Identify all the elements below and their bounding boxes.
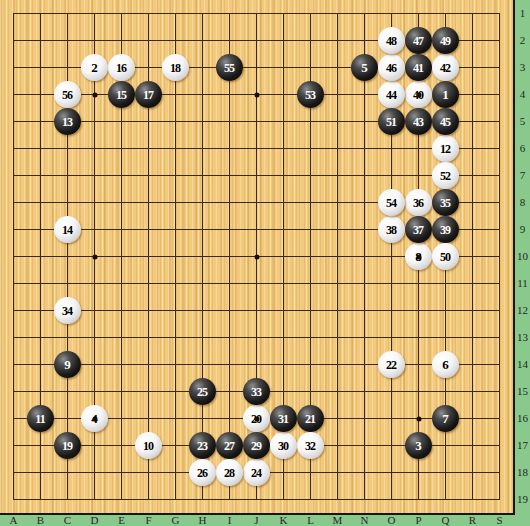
row-label: 16 <box>515 413 530 424</box>
star-point <box>92 254 97 259</box>
stone-white-C12: 34 <box>54 297 81 324</box>
row-label: 3 <box>515 62 530 73</box>
column-label: B <box>27 515 54 526</box>
row-label: 2 <box>515 35 530 46</box>
stone-white-F17: 10 <box>135 432 162 459</box>
stone-white-H18: 26 <box>189 459 216 486</box>
move-number: 33 <box>251 386 261 398</box>
stone-black-J15: 33 <box>243 378 270 405</box>
row-label: 18 <box>515 467 530 478</box>
column-label: L <box>297 515 324 526</box>
column-label: A <box>0 515 27 526</box>
move-number: 5 <box>361 61 368 74</box>
stone-white-E3: 16 <box>108 54 135 81</box>
stone-black-B16: 11 <box>27 405 54 432</box>
move-number: 46 <box>386 62 396 74</box>
move-number: 39 <box>440 224 450 236</box>
stone-white-K17: 30 <box>270 432 297 459</box>
row-label: 7 <box>515 170 530 181</box>
stone-white-Q6: 12 <box>432 135 459 162</box>
row-label: 11 <box>515 278 530 289</box>
row-label: 12 <box>515 305 530 316</box>
move-number: 18 <box>170 62 180 74</box>
stone-white-D3: 2 <box>81 54 108 81</box>
move-number: 30 <box>278 440 288 452</box>
row-label: 5 <box>515 116 530 127</box>
stone-white-O4: 44 <box>378 81 405 108</box>
column-labels-strip: ABCDEFGHIJKLMNOPQRS <box>0 515 530 526</box>
stone-black-H17: 23 <box>189 432 216 459</box>
stone-white-O8: 54 <box>378 189 405 216</box>
move-number: 35 <box>440 197 450 209</box>
move-number: 26 <box>197 467 207 479</box>
column-label: S <box>486 515 513 526</box>
row-label: 9 <box>515 224 530 235</box>
row-label: 17 <box>515 440 530 451</box>
move-number: 27 <box>224 440 234 452</box>
stone-black-Q5: 45 <box>432 108 459 135</box>
row-label: 4 <box>515 89 530 100</box>
star-point <box>416 416 421 421</box>
star-point <box>254 92 259 97</box>
star-point <box>254 416 259 421</box>
stone-black-J17: 29 <box>243 432 270 459</box>
move-number: 10 <box>143 440 153 452</box>
stone-white-G3: 18 <box>162 54 189 81</box>
move-number: 1 <box>442 88 449 101</box>
go-kifu-diagram: 1234567891011121314151617181920212223242… <box>0 0 530 526</box>
move-number: 42 <box>440 62 450 74</box>
star-point <box>416 254 421 259</box>
stone-black-P3: 41 <box>405 54 432 81</box>
move-number: 7 <box>442 412 449 425</box>
stone-black-L4: 53 <box>297 81 324 108</box>
stone-black-Q9: 39 <box>432 216 459 243</box>
column-label: I <box>216 515 243 526</box>
move-number: 51 <box>386 116 396 128</box>
stone-white-Q10: 50 <box>432 243 459 270</box>
stone-black-Q8: 35 <box>432 189 459 216</box>
move-number: 6 <box>442 358 449 371</box>
stone-black-I17: 27 <box>216 432 243 459</box>
move-number: 54 <box>386 197 396 209</box>
stone-white-C9: 14 <box>54 216 81 243</box>
move-number: 28 <box>224 467 234 479</box>
stone-black-Q4: 1 <box>432 81 459 108</box>
stone-black-P5: 43 <box>405 108 432 135</box>
stone-white-Q7: 52 <box>432 162 459 189</box>
move-number: 55 <box>224 62 234 74</box>
move-number: 15 <box>116 89 126 101</box>
stone-white-I18: 28 <box>216 459 243 486</box>
move-number: 23 <box>197 440 207 452</box>
move-number: 17 <box>143 89 153 101</box>
move-number: 49 <box>440 35 450 47</box>
move-number: 19 <box>62 440 72 452</box>
column-label: D <box>81 515 108 526</box>
row-label: 6 <box>515 143 530 154</box>
stone-black-F4: 17 <box>135 81 162 108</box>
move-number: 31 <box>278 413 288 425</box>
move-number: 36 <box>413 197 423 209</box>
stone-white-J18: 24 <box>243 459 270 486</box>
stone-white-Q3: 42 <box>432 54 459 81</box>
star-point <box>416 92 421 97</box>
row-label: 10 <box>515 251 530 262</box>
move-number: 41 <box>413 62 423 74</box>
stone-white-C4: 56 <box>54 81 81 108</box>
column-label: N <box>351 515 378 526</box>
stone-black-E4: 15 <box>108 81 135 108</box>
stone-black-I3: 55 <box>216 54 243 81</box>
move-number: 22 <box>386 359 396 371</box>
stone-white-O14: 22 <box>378 351 405 378</box>
move-number: 24 <box>251 467 261 479</box>
move-number: 32 <box>305 440 315 452</box>
move-number: 25 <box>197 386 207 398</box>
move-number: 3 <box>415 439 422 452</box>
stone-black-H15: 25 <box>189 378 216 405</box>
move-number: 43 <box>413 116 423 128</box>
column-label: P <box>405 515 432 526</box>
column-label: Q <box>432 515 459 526</box>
go-board: 1234567891011121314151617181920212223242… <box>0 0 515 515</box>
stone-black-L16: 21 <box>297 405 324 432</box>
row-label: 13 <box>515 332 530 343</box>
move-number: 50 <box>440 251 450 263</box>
move-number: 37 <box>413 224 423 236</box>
column-label: H <box>189 515 216 526</box>
move-number: 52 <box>440 170 450 182</box>
stone-black-C17: 19 <box>54 432 81 459</box>
column-label: M <box>324 515 351 526</box>
move-number: 38 <box>386 224 396 236</box>
stone-black-C14: 9 <box>54 351 81 378</box>
stone-black-N3: 5 <box>351 54 378 81</box>
column-label: R <box>459 515 486 526</box>
move-number: 34 <box>62 305 72 317</box>
move-number: 56 <box>62 89 72 101</box>
move-number: 29 <box>251 440 261 452</box>
stone-white-O9: 38 <box>378 216 405 243</box>
move-number: 48 <box>386 35 396 47</box>
stone-black-P17: 3 <box>405 432 432 459</box>
move-number: 12 <box>440 143 450 155</box>
column-label: G <box>162 515 189 526</box>
stone-white-O2: 48 <box>378 27 405 54</box>
row-label: 15 <box>515 386 530 397</box>
move-number: 53 <box>305 89 315 101</box>
stone-black-K16: 31 <box>270 405 297 432</box>
column-label: K <box>270 515 297 526</box>
column-label: F <box>135 515 162 526</box>
star-point <box>92 416 97 421</box>
stone-white-L17: 32 <box>297 432 324 459</box>
star-point <box>92 92 97 97</box>
stone-black-O5: 51 <box>378 108 405 135</box>
column-label: O <box>378 515 405 526</box>
stone-white-Q14: 6 <box>432 351 459 378</box>
column-label: J <box>243 515 270 526</box>
row-label: 1 <box>515 8 530 19</box>
stone-black-C5: 13 <box>54 108 81 135</box>
row-label: 19 <box>515 494 530 505</box>
move-number: 16 <box>116 62 126 74</box>
move-number: 11 <box>35 413 44 425</box>
star-point <box>254 254 259 259</box>
row-label: 14 <box>515 359 530 370</box>
column-label: E <box>108 515 135 526</box>
stone-white-P8: 36 <box>405 189 432 216</box>
stone-black-P2: 47 <box>405 27 432 54</box>
stone-black-Q16: 7 <box>432 405 459 432</box>
move-number: 47 <box>413 35 423 47</box>
stone-black-P9: 37 <box>405 216 432 243</box>
stone-black-Q2: 49 <box>432 27 459 54</box>
row-label: 8 <box>515 197 530 208</box>
stone-white-O3: 46 <box>378 54 405 81</box>
move-number: 21 <box>305 413 315 425</box>
move-number: 44 <box>386 89 396 101</box>
move-number: 14 <box>62 224 72 236</box>
move-number: 2 <box>91 61 98 74</box>
move-number: 13 <box>62 116 72 128</box>
move-number: 9 <box>64 358 71 371</box>
row-labels-strip: 12345678910111213141516171819 <box>515 0 530 526</box>
column-label: C <box>54 515 81 526</box>
move-number: 45 <box>440 116 450 128</box>
